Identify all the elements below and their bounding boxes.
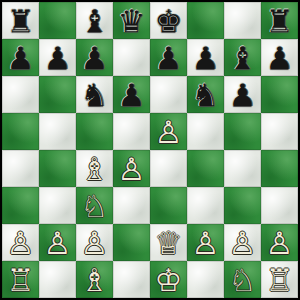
black-pawn-icon: ♟ [7,40,35,76]
black-pawn-icon: ♟ [192,40,220,76]
white-pawn-icon: ♙ [7,225,35,261]
square-e2[interactable]: ♕ [150,224,187,261]
square-a3[interactable] [2,187,39,224]
square-a1[interactable]: ♖ [2,261,39,298]
white-rook-icon: ♖ [7,262,35,298]
black-knight-icon: ♞ [192,77,220,113]
white-king-icon: ♔ [155,262,183,298]
square-g5[interactable] [224,113,261,150]
square-g4[interactable] [224,150,261,187]
square-f3[interactable] [187,187,224,224]
square-g7[interactable]: ♝ [224,39,261,76]
white-knight-icon: ♘ [229,262,257,298]
black-rook-icon: ♜ [7,3,35,39]
square-c8[interactable]: ♝ [76,2,113,39]
square-b3[interactable] [39,187,76,224]
square-c1[interactable]: ♗ [76,261,113,298]
square-f4[interactable] [187,150,224,187]
black-queen-icon: ♛ [118,3,146,39]
square-e6[interactable] [150,76,187,113]
square-c7[interactable]: ♟ [76,39,113,76]
square-a5[interactable] [2,113,39,150]
square-h7[interactable]: ♟ [261,39,298,76]
square-c6[interactable]: ♞ [76,76,113,113]
square-h2[interactable]: ♙ [261,224,298,261]
square-c3[interactable]: ♘ [76,187,113,224]
square-f6[interactable]: ♞ [187,76,224,113]
square-a8[interactable]: ♜ [2,2,39,39]
square-h3[interactable] [261,187,298,224]
black-pawn-icon: ♟ [266,40,294,76]
white-pawn-icon: ♙ [229,225,257,261]
white-queen-icon: ♕ [155,225,183,261]
white-bishop-icon: ♗ [81,262,109,298]
black-king-icon: ♚ [155,3,183,39]
square-d4[interactable]: ♙ [113,150,150,187]
square-h6[interactable] [261,76,298,113]
square-d3[interactable] [113,187,150,224]
square-a6[interactable] [2,76,39,113]
square-h1[interactable]: ♖ [261,261,298,298]
black-bishop-icon: ♝ [81,3,109,39]
square-g1[interactable]: ♘ [224,261,261,298]
square-d5[interactable] [113,113,150,150]
chess-board: ♜♝♛♚♜♟♟♟♟♟♝♟♞♟♞♟♙♗♙♘♙♙♙♕♙♙♙♖♗♔♘♖ [0,0,300,300]
white-pawn-icon: ♙ [192,225,220,261]
square-h4[interactable] [261,150,298,187]
black-pawn-icon: ♟ [81,40,109,76]
white-pawn-icon: ♙ [155,114,183,150]
square-c2[interactable]: ♙ [76,224,113,261]
square-d8[interactable]: ♛ [113,2,150,39]
square-e8[interactable]: ♚ [150,2,187,39]
square-g8[interactable] [224,2,261,39]
square-e3[interactable] [150,187,187,224]
white-pawn-icon: ♙ [118,151,146,187]
square-c4[interactable]: ♗ [76,150,113,187]
chessboard-screenshot: ♜♝♛♚♜♟♟♟♟♟♝♟♞♟♞♟♙♗♙♘♙♙♙♕♙♙♙♖♗♔♘♖ [0,0,300,300]
square-g3[interactable] [224,187,261,224]
square-f7[interactable]: ♟ [187,39,224,76]
black-pawn-icon: ♟ [155,40,183,76]
white-rook-icon: ♖ [266,262,294,298]
square-b5[interactable] [39,113,76,150]
square-a7[interactable]: ♟ [2,39,39,76]
white-knight-icon: ♘ [81,188,109,224]
square-d2[interactable] [113,224,150,261]
black-rook-icon: ♜ [266,3,294,39]
square-b7[interactable]: ♟ [39,39,76,76]
square-e7[interactable]: ♟ [150,39,187,76]
square-h8[interactable]: ♜ [261,2,298,39]
black-bishop-icon: ♝ [229,40,257,76]
black-pawn-icon: ♟ [44,40,72,76]
square-d7[interactable] [113,39,150,76]
square-b1[interactable] [39,261,76,298]
square-e1[interactable]: ♔ [150,261,187,298]
white-pawn-icon: ♙ [266,225,294,261]
black-pawn-icon: ♟ [118,77,146,113]
square-c5[interactable] [76,113,113,150]
square-f2[interactable]: ♙ [187,224,224,261]
square-f8[interactable] [187,2,224,39]
square-e4[interactable] [150,150,187,187]
black-knight-icon: ♞ [81,77,109,113]
square-e5[interactable]: ♙ [150,113,187,150]
white-pawn-icon: ♙ [81,225,109,261]
square-a2[interactable]: ♙ [2,224,39,261]
square-g6[interactable]: ♟ [224,76,261,113]
white-bishop-icon: ♗ [81,151,109,187]
square-b2[interactable]: ♙ [39,224,76,261]
white-pawn-icon: ♙ [44,225,72,261]
square-f1[interactable] [187,261,224,298]
square-a4[interactable] [2,150,39,187]
square-b4[interactable] [39,150,76,187]
square-h5[interactable] [261,113,298,150]
black-pawn-icon: ♟ [229,77,257,113]
square-b6[interactable] [39,76,76,113]
square-d1[interactable] [113,261,150,298]
square-b8[interactable] [39,2,76,39]
square-g2[interactable]: ♙ [224,224,261,261]
square-f5[interactable] [187,113,224,150]
square-d6[interactable]: ♟ [113,76,150,113]
